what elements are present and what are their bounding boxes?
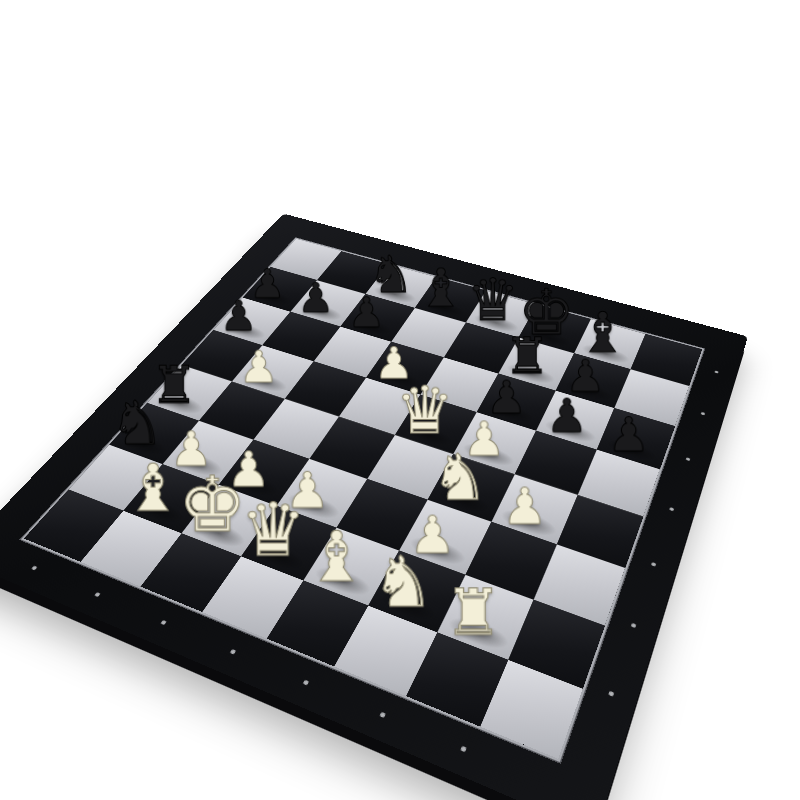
frame-dot [608, 691, 614, 697]
frame-dot [94, 592, 101, 597]
frame-dot [31, 566, 38, 571]
frame-dot [669, 507, 674, 511]
frame-dot [651, 562, 657, 567]
square-h6: ♟ [597, 408, 676, 469]
frame-dot [230, 649, 237, 655]
frame-dot [303, 680, 310, 686]
piece-shadow [169, 449, 228, 481]
frame-dot [379, 712, 386, 718]
piece-shadow [130, 494, 191, 529]
chess-board: ♞♝♛♚♝♟♟♟♜♟♟♟♟♟♟♟♛♟♜♞♟♞♟♟♟♟♝♚♛♝♞♜ [0, 214, 748, 800]
piece-shadow [375, 586, 442, 627]
piece-shadow [497, 505, 560, 541]
frame-dot [460, 746, 467, 753]
frame-dot [714, 370, 719, 373]
piece-shadow [115, 430, 172, 461]
product-photo-stage: ♞♝♛♚♝♟♟♟♜♟♟♟♟♟♟♟♛♟♜♞♟♞♟♟♟♟♝♚♛♝♞♜ [0, 0, 800, 800]
perspective-scene: ♞♝♛♚♝♟♟♟♜♟♟♟♟♟♟♟♛♟♜♞♟♞♟♟♟♟♝♚♛♝♞♜ [0, 0, 800, 800]
frame-dot [160, 620, 167, 625]
frame-dot [686, 457, 691, 461]
frame-dot [631, 623, 637, 628]
square-a1 [24, 489, 124, 562]
board-grid: ♞♝♛♚♝♟♟♟♜♟♟♟♟♟♟♟♛♟♜♞♟♞♟♟♟♟♝♚♛♝♞♜ [21, 238, 705, 763]
frame-dot [701, 412, 706, 416]
